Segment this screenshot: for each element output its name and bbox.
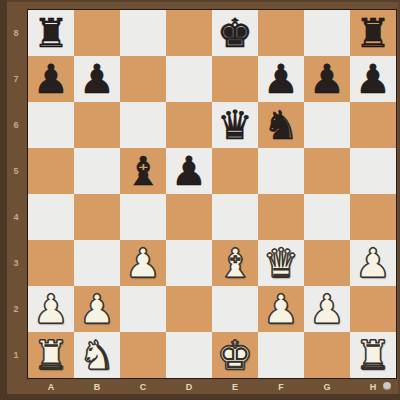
rank-label-7: 7 [7,56,25,102]
square-g3[interactable] [304,240,350,286]
square-e7[interactable] [212,56,258,102]
square-h6[interactable] [350,102,396,148]
rank-label-6: 6 [7,102,25,148]
square-e2[interactable] [212,286,258,332]
rank-label-8: 8 [7,10,25,56]
white-pawn[interactable]: ♟ [79,286,115,332]
black-pawn[interactable]: ♟ [309,56,345,102]
square-d6[interactable] [166,102,212,148]
white-pawn[interactable]: ♟ [355,240,391,286]
white-knight[interactable]: ♞ [79,332,115,378]
square-d8[interactable] [166,10,212,56]
square-h3[interactable]: ♟ [350,240,396,286]
square-g1[interactable] [304,332,350,378]
square-f8[interactable] [258,10,304,56]
black-rook[interactable]: ♜ [33,10,69,56]
square-h5[interactable] [350,148,396,194]
square-d1[interactable] [166,332,212,378]
square-b8[interactable] [74,10,120,56]
side-to-move-indicator [383,382,391,390]
square-g8[interactable] [304,10,350,56]
square-f4[interactable] [258,194,304,240]
square-b7[interactable]: ♟ [74,56,120,102]
square-c8[interactable] [120,10,166,56]
black-pawn[interactable]: ♟ [79,56,115,102]
square-b6[interactable] [74,102,120,148]
white-rook[interactable]: ♜ [33,332,69,378]
white-rook[interactable]: ♜ [355,332,391,378]
square-a1[interactable]: ♜ [28,332,74,378]
square-b3[interactable] [74,240,120,286]
square-h1[interactable]: ♜ [350,332,396,378]
rank-labels: 8 7 6 5 4 3 2 1 [7,10,25,378]
white-queen[interactable]: ♛ [263,240,299,286]
square-e3[interactable]: ♝ [212,240,258,286]
square-a8[interactable]: ♜ [28,10,74,56]
black-king[interactable]: ♚ [217,10,253,56]
white-pawn[interactable]: ♟ [125,240,161,286]
rank-label-2: 2 [7,286,25,332]
white-bishop[interactable]: ♝ [217,240,253,286]
board: ♜♚♜♟♟♟♟♟♛♞♝♟♟♝♛♟♟♟♟♟♜♞♚♜ [28,10,396,378]
white-pawn[interactable]: ♟ [309,286,345,332]
frame-left-edge [0,0,7,400]
square-f1[interactable] [258,332,304,378]
rank-label-3: 3 [7,240,25,286]
frame-bottom-edge [0,394,400,400]
rank-label-4: 4 [7,194,25,240]
square-f2[interactable]: ♟ [258,286,304,332]
square-h4[interactable] [350,194,396,240]
square-f6[interactable]: ♞ [258,102,304,148]
file-label-g: G [304,379,350,394]
white-pawn[interactable]: ♟ [263,286,299,332]
square-e8[interactable]: ♚ [212,10,258,56]
black-knight[interactable]: ♞ [263,102,299,148]
square-h8[interactable]: ♜ [350,10,396,56]
square-b2[interactable]: ♟ [74,286,120,332]
square-c6[interactable] [120,102,166,148]
square-c5[interactable]: ♝ [120,148,166,194]
square-g4[interactable] [304,194,350,240]
square-b5[interactable] [74,148,120,194]
square-b4[interactable] [74,194,120,240]
square-g2[interactable]: ♟ [304,286,350,332]
square-a2[interactable]: ♟ [28,286,74,332]
square-f3[interactable]: ♛ [258,240,304,286]
square-e6[interactable]: ♛ [212,102,258,148]
file-label-e: E [212,379,258,394]
black-pawn[interactable]: ♟ [355,56,391,102]
square-a4[interactable] [28,194,74,240]
square-d5[interactable]: ♟ [166,148,212,194]
square-h7[interactable]: ♟ [350,56,396,102]
square-b1[interactable]: ♞ [74,332,120,378]
square-g6[interactable] [304,102,350,148]
square-c4[interactable] [120,194,166,240]
black-pawn[interactable]: ♟ [263,56,299,102]
frame-top-edge [0,0,400,2]
file-label-c: C [120,379,166,394]
square-c3[interactable]: ♟ [120,240,166,286]
square-d7[interactable] [166,56,212,102]
black-rook[interactable]: ♜ [355,10,391,56]
square-a3[interactable] [28,240,74,286]
square-f5[interactable] [258,148,304,194]
black-pawn[interactable]: ♟ [33,56,69,102]
square-g5[interactable] [304,148,350,194]
square-a5[interactable] [28,148,74,194]
chess-board-frame: 8 7 6 5 4 3 2 1 ♜♚♜♟♟♟♟♟♛♞♝♟♟♝♛♟♟♟♟♟♜♞♚♜… [0,0,400,400]
square-e5[interactable] [212,148,258,194]
white-king[interactable]: ♚ [217,332,253,378]
white-pawn[interactable]: ♟ [33,286,69,332]
square-e1[interactable]: ♚ [212,332,258,378]
file-label-b: B [74,379,120,394]
file-label-f: F [258,379,304,394]
square-c2[interactable] [120,286,166,332]
black-bishop[interactable]: ♝ [125,148,161,194]
rank-label-5: 5 [7,148,25,194]
square-c7[interactable] [120,56,166,102]
file-label-a: A [28,379,74,394]
rank-label-1: 1 [7,332,25,378]
square-g7[interactable]: ♟ [304,56,350,102]
square-h2[interactable] [350,286,396,332]
square-e4[interactable] [212,194,258,240]
square-f7[interactable]: ♟ [258,56,304,102]
square-a7[interactable]: ♟ [28,56,74,102]
black-pawn[interactable]: ♟ [171,148,207,194]
square-a6[interactable] [28,102,74,148]
square-d4[interactable] [166,194,212,240]
square-c1[interactable] [120,332,166,378]
black-queen[interactable]: ♛ [217,102,253,148]
square-d3[interactable] [166,240,212,286]
square-d2[interactable] [166,286,212,332]
file-label-d: D [166,379,212,394]
file-labels: A B C D E F G H [28,379,396,394]
